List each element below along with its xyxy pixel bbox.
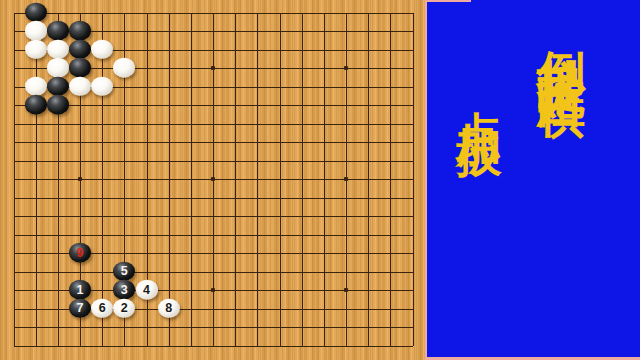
- grid-line: [413, 13, 414, 346]
- stone-black-move-1: 1: [69, 280, 91, 300]
- stone-black: [69, 39, 91, 59]
- stone-black-move-7: 7: [69, 298, 91, 318]
- stone-white-move-4: 4: [136, 280, 158, 300]
- stone-white: [91, 76, 113, 96]
- star-point: [211, 66, 215, 70]
- star-point: [344, 177, 348, 181]
- stone-black-move-5: 5: [113, 261, 135, 281]
- stone-black-move-9: 9: [69, 243, 91, 262]
- grid-line: [14, 198, 413, 199]
- stone-white: [69, 76, 91, 96]
- grid-line: [280, 13, 281, 346]
- grid-line: [235, 13, 236, 346]
- grid-line: [257, 13, 258, 346]
- stone-black: [47, 95, 69, 115]
- stone-black: [69, 58, 91, 78]
- move-number: 5: [113, 261, 135, 281]
- stone-white-move-6: 6: [91, 298, 113, 318]
- move-number: 1: [69, 280, 91, 300]
- caption-panel: 倒扑提吃白棋 点加扳: [425, 0, 640, 360]
- caption-title: 倒扑提吃白棋: [529, 12, 593, 60]
- star-point: [344, 66, 348, 70]
- grid-line: [14, 272, 413, 273]
- stone-white: [25, 21, 47, 41]
- grid-line: [390, 13, 391, 346]
- star-point: [211, 288, 215, 292]
- star-point: [211, 177, 215, 181]
- stone-white: [91, 39, 113, 59]
- screenshot-root: 951347628 倒扑提吃白棋 点加扳: [0, 0, 640, 360]
- stone-white: [113, 58, 135, 78]
- move-number: 2: [113, 298, 135, 318]
- stone-black: [69, 21, 91, 41]
- grid-line: [324, 13, 325, 346]
- grid-line: [14, 327, 413, 328]
- caption-subtitle: 点加扳: [449, 74, 511, 107]
- stone-black: [25, 2, 47, 22]
- grid-line: [14, 235, 413, 236]
- stone-white-move-8: 8: [158, 298, 180, 318]
- stone-black: [47, 21, 69, 41]
- grid-line: [14, 346, 413, 347]
- stone-white: [47, 39, 69, 59]
- move-number: 4: [136, 280, 158, 300]
- stone-black: [47, 76, 69, 96]
- star-point: [344, 288, 348, 292]
- move-number: 7: [69, 298, 91, 318]
- star-point: [78, 177, 82, 181]
- move-number: 9: [69, 243, 91, 262]
- grid-line: [368, 13, 369, 346]
- stone-white: [47, 58, 69, 78]
- go-board: 951347628: [0, 0, 425, 360]
- grid-line: [14, 216, 413, 217]
- stone-white: [25, 39, 47, 59]
- stone-black-move-3: 3: [113, 280, 135, 300]
- stone-white: [25, 76, 47, 96]
- grid-line: [302, 13, 303, 346]
- panel-border-notch: [427, 0, 471, 2]
- stone-white-move-2: 2: [113, 298, 135, 318]
- move-number: 6: [91, 298, 113, 318]
- stone-black: [25, 95, 47, 115]
- move-number: 3: [113, 280, 135, 300]
- move-number: 8: [158, 298, 180, 318]
